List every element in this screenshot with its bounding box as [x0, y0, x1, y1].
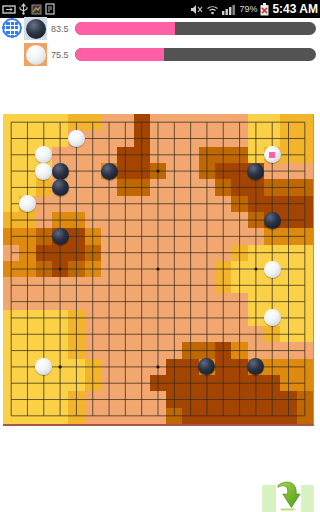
board-cell[interactable] [264, 277, 280, 293]
board-cell[interactable] [19, 310, 35, 326]
board-cell[interactable] [231, 261, 247, 277]
board-cell[interactable] [52, 408, 68, 424]
board-cell[interactable] [150, 212, 166, 228]
board-cell[interactable] [297, 261, 313, 277]
board-cell[interactable] [215, 114, 231, 130]
board-cell[interactable] [134, 408, 150, 424]
board-cell[interactable] [117, 408, 133, 424]
board-cell[interactable] [280, 245, 296, 261]
board-cell[interactable] [85, 228, 101, 244]
board-cell[interactable] [134, 179, 150, 195]
board-cell[interactable] [101, 130, 117, 146]
board-cell[interactable] [199, 163, 215, 179]
board-cell[interactable] [101, 212, 117, 228]
footer-action[interactable] [262, 478, 314, 512]
board-cell[interactable] [117, 147, 133, 163]
board-cell[interactable] [231, 359, 247, 375]
board-cell[interactable] [182, 277, 198, 293]
board-cell[interactable] [85, 342, 101, 358]
board-cell[interactable] [280, 310, 296, 326]
board-cell[interactable] [19, 245, 35, 261]
board-cell[interactable] [19, 130, 35, 146]
board-cell[interactable] [280, 391, 296, 407]
board-cell[interactable] [52, 114, 68, 130]
board-cell[interactable] [134, 212, 150, 228]
board-cell[interactable] [231, 196, 247, 212]
board-cell[interactable] [19, 293, 35, 309]
board-cell[interactable] [52, 359, 68, 375]
board-cell[interactable] [264, 196, 280, 212]
board-cell[interactable] [231, 375, 247, 391]
board-cell[interactable] [166, 228, 182, 244]
board-cell[interactable] [182, 342, 198, 358]
board-cell[interactable] [117, 196, 133, 212]
board-cell[interactable] [117, 228, 133, 244]
board-cell[interactable] [166, 342, 182, 358]
board-cell[interactable] [280, 261, 296, 277]
board-cell[interactable] [52, 375, 68, 391]
board-cell[interactable] [150, 391, 166, 407]
board-cell[interactable] [231, 147, 247, 163]
board-cell[interactable] [199, 293, 215, 309]
board-cell[interactable] [36, 375, 52, 391]
board-cell[interactable] [297, 310, 313, 326]
board-cell[interactable] [52, 261, 68, 277]
board-cell[interactable] [134, 147, 150, 163]
board-cell[interactable] [199, 277, 215, 293]
board-cell[interactable] [36, 277, 52, 293]
board-cell[interactable] [248, 147, 264, 163]
board-cell[interactable] [134, 293, 150, 309]
board-cell[interactable] [248, 408, 264, 424]
board-cell[interactable] [36, 212, 52, 228]
board-cell[interactable] [215, 342, 231, 358]
board-cell[interactable] [166, 179, 182, 195]
board-cell[interactable] [150, 179, 166, 195]
board-cell[interactable] [101, 310, 117, 326]
board-cell[interactable] [68, 359, 84, 375]
board-cell[interactable] [150, 375, 166, 391]
board-cell[interactable] [85, 261, 101, 277]
board-cell[interactable] [134, 261, 150, 277]
board-cell[interactable] [36, 130, 52, 146]
board-cell[interactable] [297, 293, 313, 309]
board-cell[interactable] [280, 147, 296, 163]
board-cell[interactable] [36, 391, 52, 407]
board-cell[interactable] [199, 391, 215, 407]
board-cell[interactable] [182, 147, 198, 163]
board-cell[interactable] [52, 245, 68, 261]
board-cell[interactable] [85, 179, 101, 195]
board-cell[interactable] [264, 391, 280, 407]
board-cell[interactable] [248, 326, 264, 342]
board-cell[interactable] [36, 342, 52, 358]
board-cell[interactable] [199, 342, 215, 358]
board-cell[interactable] [182, 375, 198, 391]
board-cell[interactable] [68, 310, 84, 326]
board-cell[interactable] [52, 212, 68, 228]
board-cell[interactable] [166, 408, 182, 424]
board-cell[interactable] [215, 196, 231, 212]
board-cell[interactable] [248, 375, 264, 391]
board-cell[interactable] [166, 196, 182, 212]
board-cell[interactable] [117, 261, 133, 277]
board-cell[interactable] [117, 293, 133, 309]
board-cell[interactable] [280, 114, 296, 130]
board-cell[interactable] [248, 293, 264, 309]
board-cell[interactable] [182, 196, 198, 212]
board-cell[interactable] [19, 147, 35, 163]
board-cell[interactable] [85, 375, 101, 391]
board-cell[interactable] [297, 212, 313, 228]
board-cell[interactable] [182, 310, 198, 326]
board-cell[interactable] [280, 212, 296, 228]
board-cell[interactable] [264, 130, 280, 146]
board-cell[interactable] [297, 163, 313, 179]
board-cell[interactable] [19, 261, 35, 277]
board-cell[interactable] [3, 359, 19, 375]
board-cell[interactable] [248, 114, 264, 130]
board-cell[interactable] [280, 326, 296, 342]
board-cell[interactable] [52, 342, 68, 358]
board-cell[interactable] [134, 228, 150, 244]
board-cell[interactable] [182, 391, 198, 407]
board-cell[interactable] [231, 310, 247, 326]
board-cell[interactable] [215, 326, 231, 342]
board-cell[interactable] [150, 261, 166, 277]
board-cell[interactable] [3, 163, 19, 179]
board-cell[interactable] [68, 408, 84, 424]
board-cell[interactable] [248, 310, 264, 326]
board-cell[interactable] [134, 114, 150, 130]
board-cell[interactable] [280, 359, 296, 375]
board-cell[interactable] [68, 277, 84, 293]
board-cell[interactable] [101, 261, 117, 277]
board-cell[interactable] [3, 261, 19, 277]
board-cell[interactable] [101, 375, 117, 391]
board-cell[interactable] [117, 212, 133, 228]
board-cell[interactable] [280, 375, 296, 391]
board-cell[interactable] [101, 147, 117, 163]
board-cell[interactable] [150, 147, 166, 163]
board-cell[interactable] [297, 342, 313, 358]
board-cell[interactable] [297, 277, 313, 293]
board-cell[interactable] [134, 310, 150, 326]
board-cell[interactable] [150, 114, 166, 130]
board-cell[interactable] [215, 408, 231, 424]
board-cell[interactable] [3, 130, 19, 146]
board-cell[interactable] [166, 310, 182, 326]
board-cell[interactable] [19, 342, 35, 358]
board-cell[interactable] [85, 130, 101, 146]
board-cell[interactable] [199, 212, 215, 228]
board-cell[interactable] [215, 293, 231, 309]
board-cell[interactable] [182, 261, 198, 277]
board-cell[interactable] [150, 245, 166, 261]
board-cell[interactable] [182, 114, 198, 130]
board-cell[interactable] [199, 261, 215, 277]
board-cell[interactable] [166, 163, 182, 179]
board-cell[interactable] [231, 212, 247, 228]
board-cell[interactable] [248, 130, 264, 146]
board-cell[interactable] [68, 196, 84, 212]
app-logo-grid-icon[interactable] [2, 18, 22, 38]
board-cell[interactable] [36, 326, 52, 342]
board-cell[interactable] [264, 228, 280, 244]
board-cell[interactable] [19, 326, 35, 342]
board-cell[interactable] [248, 228, 264, 244]
board-cell[interactable] [101, 179, 117, 195]
board-cell[interactable] [117, 342, 133, 358]
board-cell[interactable] [134, 277, 150, 293]
board-cell[interactable] [52, 130, 68, 146]
board-cell[interactable] [231, 245, 247, 261]
board-cell[interactable] [19, 212, 35, 228]
board-cell[interactable] [199, 130, 215, 146]
board-cell[interactable] [280, 196, 296, 212]
board-cell[interactable] [297, 391, 313, 407]
board-cell[interactable] [199, 228, 215, 244]
board-cell[interactable] [101, 245, 117, 261]
board-cell[interactable] [248, 391, 264, 407]
board-cell[interactable] [231, 391, 247, 407]
board-cell[interactable] [166, 359, 182, 375]
board-cell[interactable] [68, 342, 84, 358]
board-cell[interactable] [166, 245, 182, 261]
board-cell[interactable] [264, 375, 280, 391]
board-cell[interactable] [117, 359, 133, 375]
board-cell[interactable] [19, 228, 35, 244]
board-cell[interactable] [280, 277, 296, 293]
board-cell[interactable] [85, 196, 101, 212]
board-cell[interactable] [19, 359, 35, 375]
board-cell[interactable] [297, 147, 313, 163]
board-cell[interactable] [101, 359, 117, 375]
board-cell[interactable] [85, 359, 101, 375]
board-cell[interactable] [36, 228, 52, 244]
board-cell[interactable] [68, 163, 84, 179]
board-cell[interactable] [182, 326, 198, 342]
board-cell[interactable] [150, 228, 166, 244]
board-cell[interactable] [52, 196, 68, 212]
board-cell[interactable] [166, 130, 182, 146]
board-cell[interactable] [19, 163, 35, 179]
board-cell[interactable] [85, 326, 101, 342]
board-cell[interactable] [182, 359, 198, 375]
board-cell[interactable] [101, 391, 117, 407]
board-cell[interactable] [264, 342, 280, 358]
board-cell[interactable] [182, 163, 198, 179]
board-cell[interactable] [150, 326, 166, 342]
board-cell[interactable] [199, 179, 215, 195]
board-cell[interactable] [166, 293, 182, 309]
board-cell[interactable] [134, 391, 150, 407]
board-cell[interactable] [248, 196, 264, 212]
board-cell[interactable] [166, 261, 182, 277]
board-cell[interactable] [248, 277, 264, 293]
board-cell[interactable] [215, 212, 231, 228]
board-cell[interactable] [117, 179, 133, 195]
board-cell[interactable] [3, 277, 19, 293]
board-cell[interactable] [101, 326, 117, 342]
board-cell[interactable] [280, 408, 296, 424]
board-cell[interactable] [248, 261, 264, 277]
board-cell[interactable] [68, 245, 84, 261]
board-cell[interactable] [215, 277, 231, 293]
board-cell[interactable] [36, 261, 52, 277]
board-cell[interactable] [297, 130, 313, 146]
board-cell[interactable] [3, 245, 19, 261]
board-cell[interactable] [215, 261, 231, 277]
board-cell[interactable] [199, 408, 215, 424]
board-cell[interactable] [19, 391, 35, 407]
board-cell[interactable] [248, 245, 264, 261]
board-cell[interactable] [36, 196, 52, 212]
board-cell[interactable] [52, 147, 68, 163]
board-cell[interactable] [264, 293, 280, 309]
board-cell[interactable] [36, 179, 52, 195]
board-cell[interactable] [68, 114, 84, 130]
board-cell[interactable] [134, 130, 150, 146]
board-cell[interactable] [3, 147, 19, 163]
board-cell[interactable] [231, 293, 247, 309]
board-cell[interactable] [297, 408, 313, 424]
board-cell[interactable] [134, 326, 150, 342]
board-cell[interactable] [85, 277, 101, 293]
board-cell[interactable] [182, 212, 198, 228]
board-cell[interactable] [182, 130, 198, 146]
board-cell[interactable] [297, 375, 313, 391]
board-cell[interactable] [280, 163, 296, 179]
board-cell[interactable] [101, 114, 117, 130]
board-cell[interactable] [52, 277, 68, 293]
board-cell[interactable] [231, 326, 247, 342]
board-cell[interactable] [166, 326, 182, 342]
board-cell[interactable] [101, 342, 117, 358]
board-cell[interactable] [150, 408, 166, 424]
board-cell[interactable] [231, 342, 247, 358]
board-cell[interactable] [36, 408, 52, 424]
board-cell[interactable] [264, 326, 280, 342]
board-cell[interactable] [215, 179, 231, 195]
board-cell[interactable] [101, 196, 117, 212]
board-cell[interactable] [150, 163, 166, 179]
board-cell[interactable] [3, 342, 19, 358]
board-cell[interactable] [215, 375, 231, 391]
board-cell[interactable] [182, 179, 198, 195]
board-cell[interactable] [68, 261, 84, 277]
board-cell[interactable] [182, 245, 198, 261]
board-cell[interactable] [166, 114, 182, 130]
board-cell[interactable] [52, 326, 68, 342]
board-cell[interactable] [182, 228, 198, 244]
board-cell[interactable] [68, 228, 84, 244]
board-cell[interactable] [280, 342, 296, 358]
board-cell[interactable] [280, 293, 296, 309]
board-cell[interactable] [68, 293, 84, 309]
board-cell[interactable] [85, 245, 101, 261]
board-cell[interactable] [36, 310, 52, 326]
board-cell[interactable] [182, 408, 198, 424]
board-cell[interactable] [264, 114, 280, 130]
board-cell[interactable] [19, 375, 35, 391]
board-cell[interactable] [85, 310, 101, 326]
board-cell[interactable] [117, 375, 133, 391]
board-cell[interactable] [52, 391, 68, 407]
board-cell[interactable] [231, 277, 247, 293]
board-cell[interactable] [215, 228, 231, 244]
board-cell[interactable] [150, 196, 166, 212]
board-cell[interactable] [117, 391, 133, 407]
board-cell[interactable] [3, 375, 19, 391]
board-cell[interactable] [150, 310, 166, 326]
board-cell[interactable] [215, 391, 231, 407]
board-cell[interactable] [19, 114, 35, 130]
board-cell[interactable] [182, 293, 198, 309]
board-cell[interactable] [248, 212, 264, 228]
board-cell[interactable] [248, 342, 264, 358]
board-cell[interactable] [231, 114, 247, 130]
board-cell[interactable] [264, 408, 280, 424]
board-cell[interactable] [166, 147, 182, 163]
board-cell[interactable] [85, 114, 101, 130]
board-cell[interactable] [68, 179, 84, 195]
board-cell[interactable] [36, 245, 52, 261]
board-cell[interactable] [85, 293, 101, 309]
board-cell[interactable] [134, 163, 150, 179]
board-cell[interactable] [101, 408, 117, 424]
board-cell[interactable] [85, 147, 101, 163]
board-cell[interactable] [215, 130, 231, 146]
board-cell[interactable] [134, 375, 150, 391]
board-cell[interactable] [68, 147, 84, 163]
board-cell[interactable] [150, 277, 166, 293]
board-cell[interactable] [68, 391, 84, 407]
board-cell[interactable] [101, 277, 117, 293]
board-cell[interactable] [3, 179, 19, 195]
board-cell[interactable] [231, 408, 247, 424]
board-cell[interactable] [248, 179, 264, 195]
board-cell[interactable] [117, 130, 133, 146]
board-cell[interactable] [3, 196, 19, 212]
board-cell[interactable] [231, 179, 247, 195]
board-cell[interactable] [117, 245, 133, 261]
go-board[interactable] [3, 114, 314, 426]
board-cell[interactable] [231, 163, 247, 179]
board-cell[interactable] [3, 228, 19, 244]
board-cell[interactable] [101, 293, 117, 309]
board-cell[interactable] [264, 245, 280, 261]
board-cell[interactable] [117, 277, 133, 293]
board-cell[interactable] [297, 359, 313, 375]
board-cell[interactable] [150, 293, 166, 309]
board-cell[interactable] [19, 179, 35, 195]
board-cell[interactable] [85, 391, 101, 407]
board-cell[interactable] [166, 391, 182, 407]
board-cell[interactable] [215, 245, 231, 261]
board-cell[interactable] [280, 130, 296, 146]
board-cell[interactable] [150, 359, 166, 375]
board-cell[interactable] [3, 293, 19, 309]
board-cell[interactable] [134, 359, 150, 375]
board-cell[interactable] [199, 196, 215, 212]
board-cell[interactable] [85, 408, 101, 424]
board-cell[interactable] [134, 245, 150, 261]
board-cell[interactable] [264, 163, 280, 179]
board-cell[interactable] [3, 310, 19, 326]
board-cell[interactable] [215, 147, 231, 163]
board-cell[interactable] [134, 196, 150, 212]
